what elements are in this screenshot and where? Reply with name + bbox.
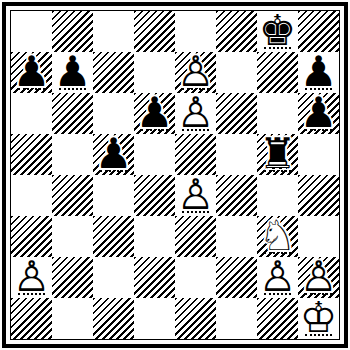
square-c1[interactable] bbox=[93, 298, 134, 339]
square-h7[interactable]: ♟ bbox=[298, 52, 339, 93]
square-c5[interactable]: ♟ bbox=[93, 134, 134, 175]
square-b6[interactable] bbox=[52, 93, 93, 134]
square-d7[interactable] bbox=[134, 52, 175, 93]
square-a7[interactable]: ♟ bbox=[11, 52, 52, 93]
square-g4[interactable] bbox=[257, 175, 298, 216]
square-b3[interactable] bbox=[52, 216, 93, 257]
square-f5[interactable] bbox=[216, 134, 257, 175]
piece-base-shadow bbox=[18, 88, 45, 90]
square-a8[interactable] bbox=[11, 11, 52, 52]
piece-base-shadow bbox=[182, 129, 209, 131]
square-a4[interactable] bbox=[11, 175, 52, 216]
square-b8[interactable] bbox=[52, 11, 93, 52]
piece-white-king: ♚♔ bbox=[298, 298, 339, 339]
square-f1[interactable] bbox=[216, 298, 257, 339]
square-d3[interactable] bbox=[134, 216, 175, 257]
square-g7[interactable] bbox=[257, 52, 298, 93]
square-b5[interactable] bbox=[52, 134, 93, 175]
square-g6[interactable] bbox=[257, 93, 298, 134]
square-c7[interactable] bbox=[93, 52, 134, 93]
square-f8[interactable] bbox=[216, 11, 257, 52]
piece-white-pawn: ♟♙ bbox=[175, 93, 216, 134]
square-c4[interactable] bbox=[93, 175, 134, 216]
piece-base-shadow bbox=[264, 47, 291, 49]
square-g3[interactable]: ♞♘ bbox=[257, 216, 298, 257]
square-b1[interactable] bbox=[52, 298, 93, 339]
piece-base-shadow bbox=[182, 211, 209, 213]
square-f4[interactable] bbox=[216, 175, 257, 216]
piece-white-pawn: ♟♙ bbox=[175, 52, 216, 93]
piece-black-pawn: ♟ bbox=[52, 52, 93, 93]
square-e8[interactable] bbox=[175, 11, 216, 52]
square-d2[interactable] bbox=[134, 257, 175, 298]
square-h3[interactable] bbox=[298, 216, 339, 257]
square-e2[interactable] bbox=[175, 257, 216, 298]
square-f6[interactable] bbox=[216, 93, 257, 134]
piece-black-pawn: ♟ bbox=[93, 134, 134, 175]
square-c6[interactable] bbox=[93, 93, 134, 134]
piece-base-shadow bbox=[264, 293, 291, 295]
piece-base-shadow bbox=[100, 170, 127, 172]
square-b2[interactable] bbox=[52, 257, 93, 298]
piece-black-pawn: ♟ bbox=[298, 93, 339, 134]
piece-black-king: ♚ bbox=[257, 11, 298, 52]
piece-base-shadow bbox=[305, 129, 332, 131]
piece-black-pawn: ♟ bbox=[134, 93, 175, 134]
piece-base-shadow bbox=[264, 170, 291, 172]
square-d1[interactable] bbox=[134, 298, 175, 339]
square-e4[interactable]: ♟♙ bbox=[175, 175, 216, 216]
board: ♚♟♟♟♙♟♟♟♙♟♟♜♟♙♞♘♟♙♟♙♟♙♚♔ bbox=[10, 10, 340, 340]
square-a2[interactable]: ♟♙ bbox=[11, 257, 52, 298]
square-d5[interactable] bbox=[134, 134, 175, 175]
piece-base-shadow bbox=[59, 88, 86, 90]
square-e6[interactable]: ♟♙ bbox=[175, 93, 216, 134]
piece-white-pawn: ♟♙ bbox=[298, 257, 339, 298]
square-e5[interactable] bbox=[175, 134, 216, 175]
piece-white-knight: ♞♘ bbox=[257, 216, 298, 257]
piece-base-shadow bbox=[305, 334, 332, 336]
square-d8[interactable] bbox=[134, 11, 175, 52]
square-h6[interactable]: ♟ bbox=[298, 93, 339, 134]
piece-black-pawn: ♟ bbox=[298, 52, 339, 93]
square-h2[interactable]: ♟♙ bbox=[298, 257, 339, 298]
square-e3[interactable] bbox=[175, 216, 216, 257]
square-h5[interactable] bbox=[298, 134, 339, 175]
square-g1[interactable] bbox=[257, 298, 298, 339]
piece-white-pawn: ♟♙ bbox=[175, 175, 216, 216]
square-g5[interactable]: ♜ bbox=[257, 134, 298, 175]
piece-black-pawn: ♟ bbox=[11, 52, 52, 93]
square-e1[interactable] bbox=[175, 298, 216, 339]
square-h8[interactable] bbox=[298, 11, 339, 52]
square-f2[interactable] bbox=[216, 257, 257, 298]
piece-black-rook: ♜ bbox=[257, 134, 298, 175]
piece-white-pawn: ♟♙ bbox=[257, 257, 298, 298]
square-c2[interactable] bbox=[93, 257, 134, 298]
square-a6[interactable] bbox=[11, 93, 52, 134]
square-h4[interactable] bbox=[298, 175, 339, 216]
square-b4[interactable] bbox=[52, 175, 93, 216]
square-a5[interactable] bbox=[11, 134, 52, 175]
square-d4[interactable] bbox=[134, 175, 175, 216]
square-a1[interactable] bbox=[11, 298, 52, 339]
square-e7[interactable]: ♟♙ bbox=[175, 52, 216, 93]
square-g8[interactable]: ♚ bbox=[257, 11, 298, 52]
chess-diagram: ♚♟♟♟♙♟♟♟♙♟♟♜♟♙♞♘♟♙♟♙♟♙♚♔ bbox=[0, 0, 350, 350]
piece-base-shadow bbox=[18, 293, 45, 295]
square-g2[interactable]: ♟♙ bbox=[257, 257, 298, 298]
square-b7[interactable]: ♟ bbox=[52, 52, 93, 93]
piece-base-shadow bbox=[141, 129, 168, 131]
square-h1[interactable]: ♚♔ bbox=[298, 298, 339, 339]
piece-white-pawn: ♟♙ bbox=[11, 257, 52, 298]
square-c8[interactable] bbox=[93, 11, 134, 52]
square-c3[interactable] bbox=[93, 216, 134, 257]
square-a3[interactable] bbox=[11, 216, 52, 257]
square-f7[interactable] bbox=[216, 52, 257, 93]
square-d6[interactable]: ♟ bbox=[134, 93, 175, 134]
square-f3[interactable] bbox=[216, 216, 257, 257]
